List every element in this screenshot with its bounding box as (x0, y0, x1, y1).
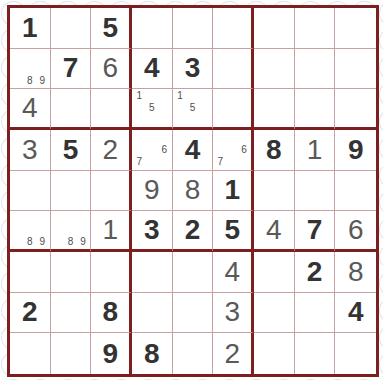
sudoku-board: 1589764341515352674678199818989132547642… (7, 5, 379, 377)
cell-r8c6[interactable]: 3 (213, 293, 254, 334)
cell-r5c5[interactable]: 8 (173, 171, 214, 212)
given-digit: 4 (185, 136, 201, 164)
given-digit: 5 (102, 14, 118, 42)
cell-r7c9[interactable]: 8 (335, 252, 376, 293)
cell-r4c6[interactable]: 67 (213, 130, 254, 171)
cell-r2c9[interactable] (335, 49, 376, 90)
cell-r2c7[interactable] (254, 49, 295, 90)
given-digit: 8 (266, 136, 282, 164)
candidate-digit: 9 (77, 236, 90, 248)
given-digit: 5 (224, 216, 240, 244)
solved-digit: 9 (144, 176, 160, 204)
cell-r1c8[interactable] (295, 8, 336, 49)
given-digit: 8 (102, 298, 118, 326)
cell-r4c1[interactable]: 3 (10, 130, 51, 171)
cell-r1c2[interactable] (51, 8, 92, 49)
candidate-digit: 1 (174, 90, 187, 102)
pencil-marks: 67 (214, 131, 250, 169)
cell-r5c2[interactable] (51, 171, 92, 212)
cell-r3c8[interactable] (295, 89, 336, 130)
cell-r1c7[interactable] (254, 8, 295, 49)
given-digit: 2 (22, 298, 38, 326)
cell-r8c9[interactable]: 4 (335, 293, 376, 334)
given-digit: 4 (348, 298, 364, 326)
pencil-marks: 15 (133, 90, 171, 126)
given-digit: 1 (22, 14, 38, 42)
pencil-marks: 67 (133, 131, 171, 169)
candidate-digit: 1 (133, 90, 146, 102)
cell-r9c6[interactable]: 2 (213, 333, 254, 374)
cell-r5c4[interactable]: 9 (132, 171, 173, 212)
cell-r6c9[interactable]: 6 (335, 211, 376, 252)
candidate-digit: 7 (214, 156, 226, 169)
cell-r1c1[interactable]: 1 (10, 8, 51, 49)
cell-r5c3[interactable] (91, 171, 132, 212)
given-digit: 7 (307, 216, 323, 244)
cell-r6c2[interactable]: 89 (51, 211, 92, 252)
given-digit: 9 (102, 340, 118, 368)
cell-r4c4[interactable]: 67 (132, 130, 173, 171)
candidate-digit: 5 (146, 102, 159, 114)
cell-r1c9[interactable] (335, 8, 376, 49)
cell-r2c1[interactable]: 89 (10, 49, 51, 90)
candidate-digit: 9 (36, 75, 49, 88)
pencil-marks: 89 (52, 212, 90, 248)
cell-r3c5[interactable]: 15 (173, 89, 214, 130)
given-digit: 9 (348, 136, 364, 164)
cell-r9c7[interactable] (254, 333, 295, 374)
cell-r2c4[interactable]: 4 (132, 49, 173, 90)
solved-digit: 2 (102, 136, 118, 164)
cell-r6c6[interactable]: 5 (213, 211, 254, 252)
candidate-digit: 7 (133, 156, 146, 169)
cell-r4c9[interactable]: 9 (335, 130, 376, 171)
cell-r9c3[interactable]: 9 (91, 333, 132, 374)
candidate-digit: 8 (24, 236, 37, 248)
cell-r5c8[interactable] (295, 171, 336, 212)
cell-r9c1[interactable] (10, 333, 51, 374)
cell-r4c5[interactable]: 4 (173, 130, 214, 171)
cell-r9c5[interactable] (173, 333, 214, 374)
cell-r2c6[interactable] (213, 49, 254, 90)
cell-r2c2[interactable]: 7 (51, 49, 92, 90)
solved-digit: 1 (102, 216, 118, 244)
solved-digit: 8 (185, 176, 201, 204)
cell-r5c1[interactable] (10, 171, 51, 212)
cell-r6c7[interactable]: 4 (254, 211, 295, 252)
cell-r6c1[interactable]: 89 (10, 211, 51, 252)
cell-r8c2[interactable] (51, 293, 92, 334)
cell-r7c1[interactable] (10, 252, 51, 293)
given-digit: 2 (307, 258, 323, 286)
cell-r1c5[interactable] (173, 8, 214, 49)
given-digit: 2 (185, 216, 201, 244)
given-digit: 3 (144, 216, 160, 244)
given-digit: 5 (63, 136, 79, 164)
cell-r3c9[interactable] (335, 89, 376, 130)
cell-r8c4[interactable] (132, 293, 173, 334)
cell-r3c3[interactable] (91, 89, 132, 130)
cell-r6c3[interactable]: 1 (91, 211, 132, 252)
pencil-marks: 15 (174, 90, 212, 126)
candidate-digit: 6 (238, 144, 250, 157)
cell-r9c4[interactable]: 8 (132, 333, 173, 374)
solved-digit: 4 (22, 94, 38, 122)
solved-digit: 1 (307, 136, 323, 164)
cell-r7c5[interactable] (173, 252, 214, 293)
cell-r8c8[interactable] (295, 293, 336, 334)
cell-r7c7[interactable] (254, 252, 295, 293)
cell-r6c8[interactable]: 7 (295, 211, 336, 252)
cell-r1c4[interactable] (132, 8, 173, 49)
solved-digit: 4 (266, 216, 282, 244)
cell-r6c5[interactable]: 2 (173, 211, 214, 252)
cell-r1c6[interactable] (213, 8, 254, 49)
solved-digit: 3 (224, 298, 240, 326)
candidate-digit: 8 (24, 75, 37, 88)
given-digit: 4 (144, 54, 160, 82)
cell-r2c5[interactable]: 3 (173, 49, 214, 90)
cell-r8c5[interactable] (173, 293, 214, 334)
solved-digit: 3 (22, 136, 38, 164)
cell-r7c6[interactable]: 4 (213, 252, 254, 293)
cell-r4c8[interactable]: 1 (295, 130, 336, 171)
cell-r6c4[interactable]: 3 (132, 211, 173, 252)
given-digit: 7 (63, 54, 79, 82)
cell-r7c2[interactable] (51, 252, 92, 293)
cell-r2c3[interactable]: 6 (91, 49, 132, 90)
solved-digit: 2 (224, 340, 240, 368)
candidate-digit: 9 (36, 236, 49, 248)
solved-digit: 6 (348, 216, 364, 244)
cell-r4c3[interactable]: 2 (91, 130, 132, 171)
cell-r3c2[interactable] (51, 89, 92, 130)
cell-r3c6[interactable] (213, 89, 254, 130)
cell-r4c7[interactable]: 8 (254, 130, 295, 171)
cell-r4c2[interactable]: 5 (51, 130, 92, 171)
cell-r5c6[interactable]: 1 (213, 171, 254, 212)
cell-r7c8[interactable]: 2 (295, 252, 336, 293)
cell-r9c2[interactable] (51, 333, 92, 374)
candidate-digit: 6 (158, 144, 171, 157)
cell-r1c3[interactable]: 5 (91, 8, 132, 49)
cell-r7c3[interactable] (91, 252, 132, 293)
solved-digit: 4 (224, 258, 240, 286)
given-digit: 8 (144, 340, 160, 368)
solved-digit: 8 (348, 258, 364, 286)
cell-r8c7[interactable] (254, 293, 295, 334)
solved-digit: 6 (102, 54, 118, 82)
cell-r8c1[interactable]: 2 (10, 293, 51, 334)
candidate-digit: 8 (64, 236, 77, 248)
given-digit: 1 (224, 176, 240, 204)
candidate-digit: 5 (186, 102, 199, 114)
cell-r9c8[interactable] (295, 333, 336, 374)
cell-r3c7[interactable] (254, 89, 295, 130)
cell-r8c3[interactable]: 8 (91, 293, 132, 334)
pencil-marks: 89 (11, 212, 49, 248)
cell-r2c8[interactable] (295, 49, 336, 90)
cell-r5c7[interactable] (254, 171, 295, 212)
cell-r5c9[interactable] (335, 171, 376, 212)
pencil-marks: 89 (11, 50, 49, 88)
cell-r9c9[interactable] (335, 333, 376, 374)
given-digit: 3 (185, 54, 201, 82)
cell-r7c4[interactable] (132, 252, 173, 293)
cell-r3c1[interactable]: 4 (10, 89, 51, 130)
cell-r3c4[interactable]: 15 (132, 89, 173, 130)
